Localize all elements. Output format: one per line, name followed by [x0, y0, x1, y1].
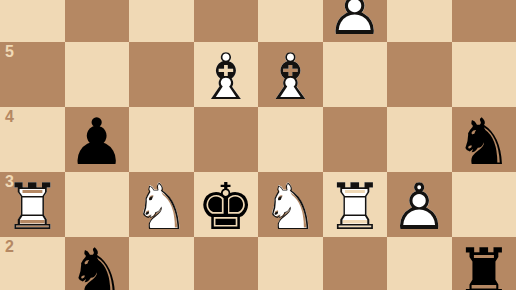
square-g2[interactable]	[387, 237, 452, 290]
piece-white-pawn[interactable]: ♟♙	[323, 0, 388, 42]
square-h3[interactable]	[452, 172, 516, 237]
piece-black-knight[interactable]: ♞	[65, 239, 130, 290]
square-g6[interactable]	[387, 0, 452, 42]
rank-label-5: 5	[5, 43, 14, 61]
square-f4[interactable]	[323, 107, 388, 172]
square-d4[interactable]	[194, 107, 259, 172]
square-a2[interactable]: 2	[0, 237, 65, 290]
piece-white-knight[interactable]: ♞♘	[258, 172, 323, 237]
square-f5[interactable]	[323, 42, 388, 107]
square-b5[interactable]	[65, 42, 130, 107]
square-a3[interactable]: 3♜♖	[0, 172, 65, 237]
square-h6[interactable]	[452, 0, 516, 42]
piece-black-rook[interactable]: ♜	[452, 239, 516, 290]
piece-white-knight[interactable]: ♞♘	[129, 172, 194, 237]
piece-outline-layer: ♘	[129, 174, 194, 239]
square-e3[interactable]: ♞♘	[258, 172, 323, 237]
square-g3[interactable]: ♟♙	[387, 172, 452, 237]
chess-board: ♟♙5♝♗♝♗4♟♞3♜♖♞♘♚♞♘♜♖♟♙2♞♜	[0, 0, 516, 290]
square-c4[interactable]	[129, 107, 194, 172]
square-f2[interactable]	[323, 237, 388, 290]
square-h4[interactable]: ♞	[452, 107, 516, 172]
square-b6[interactable]	[65, 0, 130, 42]
square-a6[interactable]	[0, 0, 65, 42]
rank-label-2: 2	[5, 238, 14, 256]
piece-outline-layer: ♙	[323, 0, 388, 44]
piece-outline-layer: ♗	[194, 44, 259, 109]
square-d5[interactable]: ♝♗	[194, 42, 259, 107]
square-c3[interactable]: ♞♘	[129, 172, 194, 237]
piece-black-king[interactable]: ♚	[194, 174, 259, 239]
board-area: ♟♙5♝♗♝♗4♟♞3♜♖♞♘♚♞♘♜♖♟♙2♞♜	[0, 0, 516, 290]
piece-white-rook[interactable]: ♜♖	[0, 172, 65, 237]
piece-white-pawn[interactable]: ♟♙	[387, 172, 452, 237]
piece-outline-layer: ♙	[387, 174, 452, 239]
square-d6[interactable]	[194, 0, 259, 42]
square-c2[interactable]	[129, 237, 194, 290]
square-e2[interactable]	[258, 237, 323, 290]
square-a4[interactable]: 4	[0, 107, 65, 172]
square-h2[interactable]: ♜	[452, 237, 516, 290]
square-e5[interactable]: ♝♗	[258, 42, 323, 107]
square-e6[interactable]	[258, 0, 323, 42]
piece-outline-layer: ♘	[258, 174, 323, 239]
piece-white-rook[interactable]: ♜♖	[323, 172, 388, 237]
piece-outline-layer: ♖	[323, 174, 388, 239]
piece-outline-layer: ♗	[258, 44, 323, 109]
square-g4[interactable]	[387, 107, 452, 172]
square-c6[interactable]	[129, 0, 194, 42]
piece-black-knight[interactable]: ♞	[452, 109, 516, 174]
square-g5[interactable]	[387, 42, 452, 107]
piece-black-pawn[interactable]: ♟	[65, 109, 130, 174]
square-b4[interactable]: ♟	[65, 107, 130, 172]
square-b3[interactable]	[65, 172, 130, 237]
square-d3[interactable]: ♚	[194, 172, 259, 237]
piece-white-bishop[interactable]: ♝♗	[194, 42, 259, 107]
square-a5[interactable]: 5	[0, 42, 65, 107]
square-h5[interactable]	[452, 42, 516, 107]
square-f6[interactable]: ♟♙	[323, 0, 388, 42]
piece-outline-layer: ♖	[0, 174, 65, 239]
square-b2[interactable]: ♞	[65, 237, 130, 290]
square-e4[interactable]	[258, 107, 323, 172]
square-d2[interactable]	[194, 237, 259, 290]
piece-white-bishop[interactable]: ♝♗	[258, 42, 323, 107]
square-c5[interactable]	[129, 42, 194, 107]
square-f3[interactable]: ♜♖	[323, 172, 388, 237]
rank-label-4: 4	[5, 108, 14, 126]
